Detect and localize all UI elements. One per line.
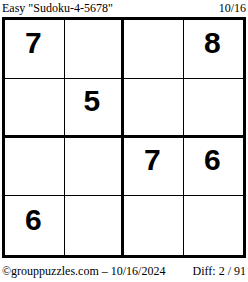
puzzle-title: Easy "Sudoku-4-5678" [2, 1, 113, 15]
cell-r4c3[interactable] [124, 196, 184, 255]
cell-r1c4[interactable]: 8 [184, 20, 244, 79]
cell-r1c1[interactable]: 7 [5, 20, 65, 79]
cell-r3c4[interactable]: 6 [184, 138, 244, 197]
cell-r4c1[interactable]: 6 [5, 196, 65, 255]
difficulty-text: Diff: 2 / 91 [193, 264, 246, 279]
page-number: 10/16 [219, 1, 246, 15]
sudoku-board: 7 8 5 7 6 6 [2, 17, 246, 258]
cell-r2c1[interactable] [5, 79, 65, 138]
header: Easy "Sudoku-4-5678" 10/16 [2, 1, 246, 15]
cell-r1c3[interactable] [124, 20, 184, 79]
cell-r4c2[interactable] [65, 196, 125, 255]
puzzle-page: Easy "Sudoku-4-5678" 10/16 7 8 5 7 6 6 ©… [0, 0, 248, 282]
cell-r1c2[interactable] [65, 20, 125, 79]
cell-r2c2[interactable]: 5 [65, 79, 125, 138]
cell-r3c2[interactable] [65, 138, 125, 197]
cell-r3c1[interactable] [5, 138, 65, 197]
cell-r4c4[interactable] [184, 196, 244, 255]
footer: ©grouppuzzles.com – 10/16/2024 Diff: 2 /… [2, 264, 246, 279]
cell-r2c4[interactable] [184, 79, 244, 138]
cell-r2c3[interactable] [124, 79, 184, 138]
copyright-text: ©grouppuzzles.com – 10/16/2024 [2, 264, 165, 279]
cell-r3c3[interactable]: 7 [124, 138, 184, 197]
